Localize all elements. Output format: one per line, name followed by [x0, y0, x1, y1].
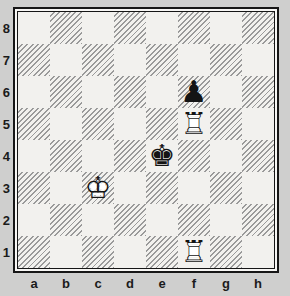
piece-glyph: ♖: [178, 108, 210, 140]
file-label-c: c: [82, 276, 114, 291]
piece-glyph: ♔: [82, 172, 114, 204]
square-b5: [50, 108, 82, 140]
square-g1: [210, 236, 242, 268]
rank-label-6: 6: [0, 76, 13, 108]
square-h8: [242, 12, 274, 44]
square-e5: [146, 108, 178, 140]
square-f2: [178, 204, 210, 236]
white-rook-f1: ♜♖: [178, 236, 210, 268]
square-d2: [114, 204, 146, 236]
square-d3: [114, 172, 146, 204]
square-h6: [242, 76, 274, 108]
square-d1: [114, 236, 146, 268]
file-label-f: f: [178, 276, 210, 291]
square-c3: ♚♔: [82, 172, 114, 204]
square-b6: [50, 76, 82, 108]
square-f1: ♜♖: [178, 236, 210, 268]
square-d8: [114, 12, 146, 44]
square-a2: [18, 204, 50, 236]
square-g5: [210, 108, 242, 140]
square-a6: [18, 76, 50, 108]
square-g7: [210, 44, 242, 76]
chess-board-frame: ♟♜♖♚♚♔♜♖: [13, 7, 279, 273]
square-e3: [146, 172, 178, 204]
square-g4: [210, 140, 242, 172]
file-label-e: e: [146, 276, 178, 291]
chess-diagram-page: 87654321 ♟♜♖♚♚♔♜♖ abcdefgh: [0, 0, 290, 296]
square-f8: [178, 12, 210, 44]
square-b2: [50, 204, 82, 236]
file-labels: abcdefgh: [13, 273, 279, 293]
square-d6: [114, 76, 146, 108]
rank-labels: 87654321: [0, 7, 13, 273]
square-b1: [50, 236, 82, 268]
square-a5: [18, 108, 50, 140]
square-b7: [50, 44, 82, 76]
rank-label-3: 3: [0, 172, 13, 204]
square-f6: ♟: [178, 76, 210, 108]
white-rook-f5: ♜♖: [178, 108, 210, 140]
square-c7: [82, 44, 114, 76]
file-label-b: b: [50, 276, 82, 291]
square-e1: [146, 236, 178, 268]
square-h5: [242, 108, 274, 140]
piece-glyph: ♖: [178, 236, 210, 268]
square-c1: [82, 236, 114, 268]
rank-label-8: 8: [0, 12, 13, 44]
square-b4: [50, 140, 82, 172]
square-c2: [82, 204, 114, 236]
square-g3: [210, 172, 242, 204]
square-f7: [178, 44, 210, 76]
square-a7: [18, 44, 50, 76]
square-a1: [18, 236, 50, 268]
square-b3: [50, 172, 82, 204]
rank-label-2: 2: [0, 204, 13, 236]
chess-diagram: 87654321 ♟♜♖♚♚♔♜♖ abcdefgh: [0, 7, 279, 293]
square-e6: [146, 76, 178, 108]
square-h4: [242, 140, 274, 172]
square-c6: [82, 76, 114, 108]
black-pawn-f6: ♟: [178, 76, 210, 108]
chess-board-grid: ♟♜♖♚♚♔♜♖: [17, 11, 275, 269]
file-label-h: h: [242, 276, 274, 291]
square-e7: [146, 44, 178, 76]
rank-label-4: 4: [0, 140, 13, 172]
square-d5: [114, 108, 146, 140]
square-g2: [210, 204, 242, 236]
square-h3: [242, 172, 274, 204]
square-f3: [178, 172, 210, 204]
square-g8: [210, 12, 242, 44]
file-label-g: g: [210, 276, 242, 291]
square-h7: [242, 44, 274, 76]
black-king-e4: ♚: [146, 140, 178, 172]
square-a4: [18, 140, 50, 172]
square-d4: [114, 140, 146, 172]
piece-glyph: ♟: [178, 76, 210, 108]
rank-label-7: 7: [0, 44, 13, 76]
rank-label-1: 1: [0, 236, 13, 268]
square-c8: [82, 12, 114, 44]
square-h1: [242, 236, 274, 268]
square-h2: [242, 204, 274, 236]
square-d7: [114, 44, 146, 76]
square-a8: [18, 12, 50, 44]
square-e4: ♚: [146, 140, 178, 172]
square-c5: [82, 108, 114, 140]
square-b8: [50, 12, 82, 44]
file-label-a: a: [18, 276, 50, 291]
square-e2: [146, 204, 178, 236]
square-g6: [210, 76, 242, 108]
rank-label-5: 5: [0, 108, 13, 140]
white-king-c3: ♚♔: [82, 172, 114, 204]
square-e8: [146, 12, 178, 44]
square-f5: ♜♖: [178, 108, 210, 140]
piece-glyph: ♚: [146, 140, 178, 172]
square-f4: [178, 140, 210, 172]
file-label-d: d: [114, 276, 146, 291]
square-c4: [82, 140, 114, 172]
square-a3: [18, 172, 50, 204]
